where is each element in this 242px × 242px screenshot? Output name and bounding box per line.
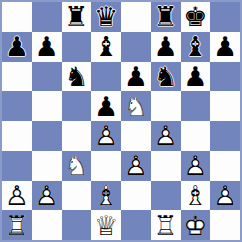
piece-glyph: ♟ [2, 32, 32, 62]
square-b5[interactable] [32, 91, 62, 121]
piece-outline-glyph: ♗ [91, 181, 121, 211]
square-g5[interactable] [181, 91, 211, 121]
square-h4[interactable] [210, 121, 240, 151]
square-g7[interactable]: ♝ [181, 32, 211, 62]
square-c5[interactable] [62, 91, 92, 121]
square-c1[interactable] [62, 210, 92, 240]
square-e7[interactable] [121, 32, 151, 62]
chess-board: ♜♛♜♚♟♟♝♟♝♟♞♟♞♟♟♞♘♟♙♟♙♞♘♟♙♟♙♟♙♟♙♝♗♝♗♟♙♜♖♛… [0, 0, 242, 242]
square-g2[interactable]: ♝♗ [181, 181, 211, 211]
square-a1[interactable]: ♜♖ [2, 210, 32, 240]
black-pawn[interactable]: ♟ [181, 62, 211, 92]
black-pawn[interactable]: ♟ [32, 32, 62, 62]
square-c8[interactable]: ♜ [62, 2, 92, 32]
square-b2[interactable]: ♟♙ [32, 181, 62, 211]
white-queen[interactable]: ♛♕ [91, 210, 121, 240]
square-c6[interactable]: ♞ [62, 62, 92, 92]
white-pawn[interactable]: ♟♙ [210, 181, 240, 211]
black-pawn[interactable]: ♟ [91, 91, 121, 121]
white-pawn[interactable]: ♟♙ [91, 121, 121, 151]
square-d5[interactable]: ♟ [91, 91, 121, 121]
white-pawn[interactable]: ♟♙ [32, 181, 62, 211]
piece-outline-glyph: ♙ [210, 181, 240, 211]
square-d3[interactable] [91, 151, 121, 181]
square-e2[interactable] [121, 181, 151, 211]
piece-glyph: ♟ [181, 62, 211, 92]
square-e4[interactable] [121, 121, 151, 151]
white-king[interactable]: ♚♔ [181, 210, 211, 240]
square-f8[interactable]: ♜ [151, 2, 181, 32]
white-pawn[interactable]: ♟♙ [2, 181, 32, 211]
piece-glyph: ♚ [181, 2, 211, 32]
square-b3[interactable] [32, 151, 62, 181]
square-e1[interactable] [121, 210, 151, 240]
piece-outline-glyph: ♕ [91, 210, 121, 240]
piece-glyph: ♛ [91, 2, 121, 32]
square-b7[interactable]: ♟ [32, 32, 62, 62]
square-f4[interactable]: ♟♙ [151, 121, 181, 151]
square-d6[interactable] [91, 62, 121, 92]
black-knight[interactable]: ♞ [62, 62, 92, 92]
black-pawn[interactable]: ♟ [121, 62, 151, 92]
piece-glyph: ♟ [32, 32, 62, 62]
square-h2[interactable]: ♟♙ [210, 181, 240, 211]
white-pawn[interactable]: ♟♙ [121, 151, 151, 181]
square-h8[interactable] [210, 2, 240, 32]
white-rook[interactable]: ♜♖ [151, 210, 181, 240]
piece-glyph: ♜ [151, 2, 181, 32]
piece-glyph: ♞ [62, 62, 92, 92]
square-g4[interactable] [181, 121, 211, 151]
black-pawn[interactable]: ♟ [2, 32, 32, 62]
piece-outline-glyph: ♙ [181, 151, 211, 181]
black-knight[interactable]: ♞ [151, 62, 181, 92]
square-b8[interactable] [32, 2, 62, 32]
piece-outline-glyph: ♙ [121, 151, 151, 181]
square-e5[interactable]: ♞♘ [121, 91, 151, 121]
piece-glyph: ♟ [151, 32, 181, 62]
square-e3[interactable]: ♟♙ [121, 151, 151, 181]
square-c3[interactable]: ♞♘ [62, 151, 92, 181]
black-pawn[interactable]: ♟ [210, 32, 240, 62]
square-h7[interactable]: ♟ [210, 32, 240, 62]
square-d8[interactable]: ♛ [91, 2, 121, 32]
piece-outline-glyph: ♔ [181, 210, 211, 240]
piece-glyph: ♝ [91, 32, 121, 62]
square-a2[interactable]: ♟♙ [2, 181, 32, 211]
piece-glyph: ♟ [210, 32, 240, 62]
square-d2[interactable]: ♝♗ [91, 181, 121, 211]
piece-outline-glyph: ♙ [32, 181, 62, 211]
square-f5[interactable] [151, 91, 181, 121]
piece-glyph: ♜ [62, 2, 92, 32]
square-g8[interactable]: ♚ [181, 2, 211, 32]
square-f3[interactable] [151, 151, 181, 181]
white-knight[interactable]: ♞♘ [121, 91, 151, 121]
black-rook[interactable]: ♜ [62, 2, 92, 32]
square-a5[interactable] [2, 91, 32, 121]
square-a7[interactable]: ♟ [2, 32, 32, 62]
square-c2[interactable] [62, 181, 92, 211]
piece-glyph: ♟ [91, 91, 121, 121]
piece-outline-glyph: ♙ [91, 121, 121, 151]
square-f6[interactable]: ♞ [151, 62, 181, 92]
square-c7[interactable] [62, 32, 92, 62]
black-rook[interactable]: ♜ [151, 2, 181, 32]
square-g3[interactable]: ♟♙ [181, 151, 211, 181]
white-pawn[interactable]: ♟♙ [181, 151, 211, 181]
piece-outline-glyph: ♖ [151, 210, 181, 240]
black-bishop[interactable]: ♝ [181, 32, 211, 62]
white-bishop[interactable]: ♝♗ [91, 181, 121, 211]
piece-glyph: ♞ [151, 62, 181, 92]
square-a6[interactable] [2, 62, 32, 92]
piece-outline-glyph: ♘ [121, 91, 151, 121]
black-king[interactable]: ♚ [181, 2, 211, 32]
square-a8[interactable] [2, 2, 32, 32]
black-queen[interactable]: ♛ [91, 2, 121, 32]
square-d1[interactable]: ♛♕ [91, 210, 121, 240]
black-bishop[interactable]: ♝ [91, 32, 121, 62]
black-pawn[interactable]: ♟ [151, 32, 181, 62]
square-h6[interactable] [210, 62, 240, 92]
square-f2[interactable] [151, 181, 181, 211]
white-rook[interactable]: ♜♖ [2, 210, 32, 240]
square-d7[interactable]: ♝ [91, 32, 121, 62]
piece-outline-glyph: ♘ [62, 151, 92, 181]
piece-outline-glyph: ♗ [181, 181, 211, 211]
piece-outline-glyph: ♙ [151, 121, 181, 151]
piece-outline-glyph: ♙ [2, 181, 32, 211]
square-d4[interactable]: ♟♙ [91, 121, 121, 151]
square-h5[interactable] [210, 91, 240, 121]
white-bishop[interactable]: ♝♗ [181, 181, 211, 211]
square-a3[interactable] [2, 151, 32, 181]
square-b1[interactable] [32, 210, 62, 240]
square-b4[interactable] [32, 121, 62, 151]
square-g1[interactable]: ♚♔ [181, 210, 211, 240]
white-pawn[interactable]: ♟♙ [151, 121, 181, 151]
square-f1[interactable]: ♜♖ [151, 210, 181, 240]
piece-glyph: ♝ [181, 32, 211, 62]
square-b6[interactable] [32, 62, 62, 92]
square-a4[interactable] [2, 121, 32, 151]
square-e8[interactable] [121, 2, 151, 32]
square-e6[interactable]: ♟ [121, 62, 151, 92]
square-g6[interactable]: ♟ [181, 62, 211, 92]
piece-glyph: ♟ [121, 62, 151, 92]
square-c4[interactable] [62, 121, 92, 151]
square-f7[interactable]: ♟ [151, 32, 181, 62]
square-h3[interactable] [210, 151, 240, 181]
piece-outline-glyph: ♖ [2, 210, 32, 240]
white-knight[interactable]: ♞♘ [62, 151, 92, 181]
square-h1[interactable] [210, 210, 240, 240]
